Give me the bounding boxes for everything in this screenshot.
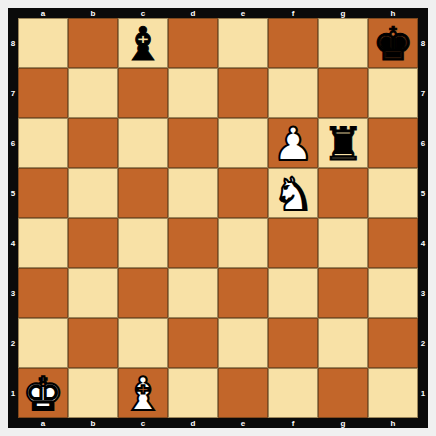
square-b1[interactable] [68, 368, 118, 418]
file-label-top-e: e [218, 8, 268, 18]
rank-label-right-1: 1 [418, 368, 428, 418]
square-a1[interactable]: ♚ [18, 368, 68, 418]
file-label-bottom-d: d [168, 418, 218, 428]
rank-label-left-2: 2 [8, 318, 18, 368]
rank-label-left-5: 5 [8, 168, 18, 218]
black-rook[interactable]: ♜ [322, 121, 363, 167]
square-h5[interactable] [368, 168, 418, 218]
square-h1[interactable] [368, 368, 418, 418]
black-bishop[interactable]: ♝ [122, 21, 163, 67]
file-label-bottom-h: h [368, 418, 418, 428]
square-f1[interactable] [268, 368, 318, 418]
rank-label-right-6: 6 [418, 118, 428, 168]
square-a3[interactable] [18, 268, 68, 318]
square-h4[interactable] [368, 218, 418, 268]
rank-labels-right: 87654321 [418, 18, 428, 418]
chess-diagram-page: abcdefgh abcdefgh 87654321 87654321 ♝♚♟♜… [0, 0, 436, 436]
rank-label-left-7: 7 [8, 68, 18, 118]
square-f4[interactable] [268, 218, 318, 268]
square-f2[interactable] [268, 318, 318, 368]
square-a4[interactable] [18, 218, 68, 268]
file-label-bottom-g: g [318, 418, 368, 428]
square-c2[interactable] [118, 318, 168, 368]
file-label-top-g: g [318, 8, 368, 18]
square-h7[interactable] [368, 68, 418, 118]
square-b7[interactable] [68, 68, 118, 118]
square-c5[interactable] [118, 168, 168, 218]
rank-label-right-7: 7 [418, 68, 428, 118]
square-f3[interactable] [268, 268, 318, 318]
square-b4[interactable] [68, 218, 118, 268]
square-c1[interactable]: ♝ [118, 368, 168, 418]
square-c4[interactable] [118, 218, 168, 268]
file-labels-bottom: abcdefgh [18, 418, 418, 428]
square-b2[interactable] [68, 318, 118, 368]
rank-label-right-2: 2 [418, 318, 428, 368]
square-d7[interactable] [168, 68, 218, 118]
square-f8[interactable] [268, 18, 318, 68]
square-g2[interactable] [318, 318, 368, 368]
rank-label-right-5: 5 [418, 168, 428, 218]
square-d5[interactable] [168, 168, 218, 218]
board-frame: abcdefgh abcdefgh 87654321 87654321 ♝♚♟♜… [8, 8, 428, 428]
square-a2[interactable] [18, 318, 68, 368]
file-label-top-a: a [18, 8, 68, 18]
rank-label-left-8: 8 [8, 18, 18, 68]
square-a5[interactable] [18, 168, 68, 218]
rank-label-right-3: 3 [418, 268, 428, 318]
square-d3[interactable] [168, 268, 218, 318]
square-e1[interactable] [218, 368, 268, 418]
square-g5[interactable] [318, 168, 368, 218]
file-label-top-b: b [68, 8, 118, 18]
square-e6[interactable] [218, 118, 268, 168]
square-a7[interactable] [18, 68, 68, 118]
square-c8[interactable]: ♝ [118, 18, 168, 68]
square-h8[interactable]: ♚ [368, 18, 418, 68]
square-a8[interactable] [18, 18, 68, 68]
square-e3[interactable] [218, 268, 268, 318]
white-knight[interactable]: ♞ [272, 171, 313, 217]
square-g4[interactable] [318, 218, 368, 268]
square-d1[interactable] [168, 368, 218, 418]
file-labels-top: abcdefgh [18, 8, 418, 18]
square-b6[interactable] [68, 118, 118, 168]
square-g1[interactable] [318, 368, 368, 418]
white-bishop[interactable]: ♝ [122, 371, 163, 417]
square-d8[interactable] [168, 18, 218, 68]
rank-label-left-3: 3 [8, 268, 18, 318]
file-label-bottom-e: e [218, 418, 268, 428]
square-h3[interactable] [368, 268, 418, 318]
square-g3[interactable] [318, 268, 368, 318]
square-c3[interactable] [118, 268, 168, 318]
file-label-bottom-b: b [68, 418, 118, 428]
square-e2[interactable] [218, 318, 268, 368]
square-b5[interactable] [68, 168, 118, 218]
rank-label-right-8: 8 [418, 18, 428, 68]
square-c6[interactable] [118, 118, 168, 168]
square-g8[interactable] [318, 18, 368, 68]
rank-label-right-4: 4 [418, 218, 428, 268]
square-e5[interactable] [218, 168, 268, 218]
white-pawn[interactable]: ♟ [272, 121, 313, 167]
square-d4[interactable] [168, 218, 218, 268]
square-d6[interactable] [168, 118, 218, 168]
square-b8[interactable] [68, 18, 118, 68]
black-king[interactable]: ♚ [372, 21, 413, 67]
rank-labels-left: 87654321 [8, 18, 18, 418]
square-h6[interactable] [368, 118, 418, 168]
square-g7[interactable] [318, 68, 368, 118]
square-f6[interactable]: ♟ [268, 118, 318, 168]
white-king[interactable]: ♚ [22, 371, 63, 417]
square-f7[interactable] [268, 68, 318, 118]
chess-board[interactable]: ♝♚♟♜♞♚♝ [18, 18, 418, 418]
square-d2[interactable] [168, 318, 218, 368]
file-label-top-f: f [268, 8, 318, 18]
file-label-top-d: d [168, 8, 218, 18]
square-a6[interactable] [18, 118, 68, 168]
rank-label-left-6: 6 [8, 118, 18, 168]
square-e7[interactable] [218, 68, 268, 118]
square-b3[interactable] [68, 268, 118, 318]
square-c7[interactable] [118, 68, 168, 118]
square-e8[interactable] [218, 18, 268, 68]
rank-label-left-1: 1 [8, 368, 18, 418]
rank-label-left-4: 4 [8, 218, 18, 268]
square-e4[interactable] [218, 218, 268, 268]
square-g6[interactable]: ♜ [318, 118, 368, 168]
square-f5[interactable]: ♞ [268, 168, 318, 218]
file-label-bottom-f: f [268, 418, 318, 428]
square-h2[interactable] [368, 318, 418, 368]
